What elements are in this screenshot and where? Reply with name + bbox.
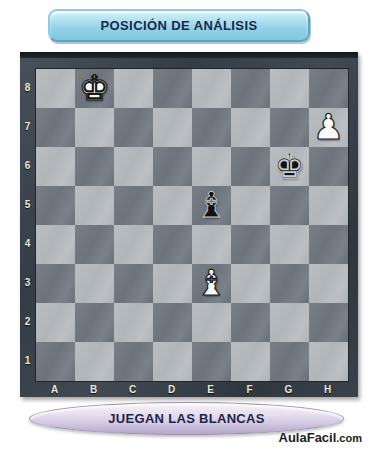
square-c2[interactable] — [114, 303, 153, 342]
rank-label-6: 6 — [20, 160, 35, 171]
square-a8[interactable] — [36, 69, 75, 108]
square-c5[interactable] — [114, 186, 153, 225]
square-h4[interactable] — [309, 225, 348, 264]
square-e5[interactable]: ♝ — [192, 186, 231, 225]
brand-suffix: .com — [336, 432, 362, 444]
rank-label-8: 8 — [20, 82, 35, 93]
square-e6[interactable] — [192, 147, 231, 186]
page-title: POSICIÓN DE ANÁLISIS — [100, 18, 257, 33]
square-b5[interactable] — [75, 186, 114, 225]
square-d4[interactable] — [153, 225, 192, 264]
square-d6[interactable] — [153, 147, 192, 186]
square-d8[interactable] — [153, 69, 192, 108]
file-label-e: E — [191, 384, 230, 395]
square-g7[interactable] — [270, 108, 309, 147]
chess-board: ♚♟♚♝♝ 87654321 ABCDEFGH — [20, 52, 358, 397]
square-b2[interactable] — [75, 303, 114, 342]
square-c1[interactable] — [114, 342, 153, 381]
square-b3[interactable] — [75, 264, 114, 303]
black-bishop[interactable]: ♝ — [196, 188, 227, 223]
rank-label-4: 4 — [20, 238, 35, 249]
square-h3[interactable] — [309, 264, 348, 303]
title-banner: POSICIÓN DE ANÁLISIS — [48, 9, 310, 42]
board-grid: ♚♟♚♝♝ — [35, 68, 349, 382]
square-a7[interactable] — [36, 108, 75, 147]
file-label-c: C — [113, 384, 152, 395]
square-a2[interactable] — [36, 303, 75, 342]
square-e2[interactable] — [192, 303, 231, 342]
square-h6[interactable] — [309, 147, 348, 186]
rank-label-1: 1 — [20, 355, 35, 366]
file-label-h: H — [308, 384, 347, 395]
square-h8[interactable] — [309, 69, 348, 108]
file-label-g: G — [269, 384, 308, 395]
square-c3[interactable] — [114, 264, 153, 303]
square-f6[interactable] — [231, 147, 270, 186]
square-d5[interactable] — [153, 186, 192, 225]
square-f5[interactable] — [231, 186, 270, 225]
brand-logo: AulaFacil.com — [279, 430, 362, 445]
square-c8[interactable] — [114, 69, 153, 108]
square-b7[interactable] — [75, 108, 114, 147]
square-g4[interactable] — [270, 225, 309, 264]
square-d7[interactable] — [153, 108, 192, 147]
square-f1[interactable] — [231, 342, 270, 381]
black-king[interactable]: ♚ — [274, 149, 305, 184]
square-c7[interactable] — [114, 108, 153, 147]
square-a4[interactable] — [36, 225, 75, 264]
square-g5[interactable] — [270, 186, 309, 225]
square-b1[interactable] — [75, 342, 114, 381]
square-f2[interactable] — [231, 303, 270, 342]
white-pawn[interactable]: ♟ — [313, 110, 344, 145]
turn-caption: JUEGAN LAS BLANCAS — [108, 411, 264, 426]
square-d2[interactable] — [153, 303, 192, 342]
rank-label-3: 3 — [20, 277, 35, 288]
square-d3[interactable] — [153, 264, 192, 303]
file-label-a: A — [35, 384, 74, 395]
square-c4[interactable] — [114, 225, 153, 264]
square-a1[interactable] — [36, 342, 75, 381]
square-f7[interactable] — [231, 108, 270, 147]
rank-label-2: 2 — [20, 316, 35, 327]
brand-name: AulaFacil — [279, 430, 337, 445]
square-g2[interactable] — [270, 303, 309, 342]
square-b4[interactable] — [75, 225, 114, 264]
file-label-b: B — [74, 384, 113, 395]
square-h1[interactable] — [309, 342, 348, 381]
square-h2[interactable] — [309, 303, 348, 342]
square-g1[interactable] — [270, 342, 309, 381]
square-a5[interactable] — [36, 186, 75, 225]
rank-label-7: 7 — [20, 121, 35, 132]
square-e1[interactable] — [192, 342, 231, 381]
square-g3[interactable] — [270, 264, 309, 303]
rank-label-5: 5 — [20, 199, 35, 210]
square-f4[interactable] — [231, 225, 270, 264]
file-label-d: D — [152, 384, 191, 395]
square-a6[interactable] — [36, 147, 75, 186]
square-h5[interactable] — [309, 186, 348, 225]
square-e8[interactable] — [192, 69, 231, 108]
file-label-f: F — [230, 384, 269, 395]
square-c6[interactable] — [114, 147, 153, 186]
square-g8[interactable] — [270, 69, 309, 108]
square-a3[interactable] — [36, 264, 75, 303]
square-e3[interactable]: ♝ — [192, 264, 231, 303]
square-f3[interactable] — [231, 264, 270, 303]
square-b6[interactable] — [75, 147, 114, 186]
white-bishop[interactable]: ♝ — [196, 266, 227, 301]
square-e4[interactable] — [192, 225, 231, 264]
board-frame-top-edge — [20, 52, 358, 58]
square-b8[interactable]: ♚ — [75, 69, 114, 108]
square-e7[interactable] — [192, 108, 231, 147]
white-king[interactable]: ♚ — [79, 71, 110, 106]
square-h7[interactable]: ♟ — [309, 108, 348, 147]
square-g6[interactable]: ♚ — [270, 147, 309, 186]
page: POSICIÓN DE ANÁLISIS ♚♟♚♝♝ 87654321 ABCD… — [0, 0, 369, 450]
square-d1[interactable] — [153, 342, 192, 381]
square-f8[interactable] — [231, 69, 270, 108]
